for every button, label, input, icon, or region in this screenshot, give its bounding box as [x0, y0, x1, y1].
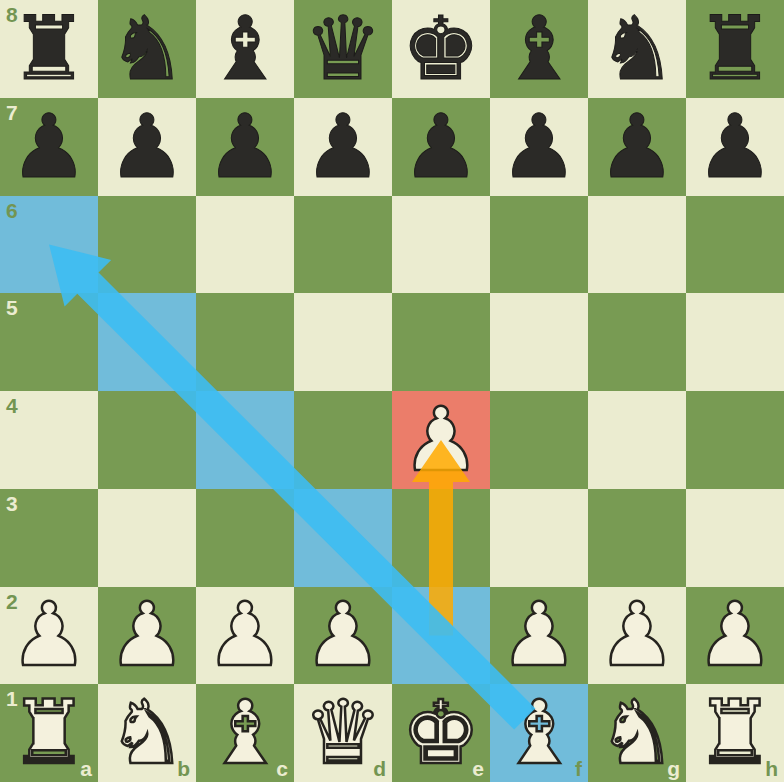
- square-g1[interactable]: ♞g: [588, 684, 686, 782]
- piece-white-pawn-b2[interactable]: ♟: [98, 587, 196, 685]
- piece-white-rook-a1[interactable]: ♜: [0, 684, 98, 782]
- square-e8[interactable]: ♚: [392, 0, 490, 98]
- square-d4[interactable]: [294, 391, 392, 489]
- square-d6[interactable]: [294, 196, 392, 294]
- square-f6[interactable]: [490, 196, 588, 294]
- piece-black-pawn-d7[interactable]: ♟: [294, 98, 392, 196]
- square-a2[interactable]: ♟2: [0, 587, 98, 685]
- piece-black-rook-h8[interactable]: ♜: [686, 0, 784, 98]
- square-b5[interactable]: [98, 293, 196, 391]
- piece-white-queen-d1[interactable]: ♛: [294, 684, 392, 782]
- square-g4[interactable]: [588, 391, 686, 489]
- square-e1[interactable]: ♚e: [392, 684, 490, 782]
- square-c8[interactable]: ♝: [196, 0, 294, 98]
- piece-white-pawn-c2[interactable]: ♟: [196, 587, 294, 685]
- highlight-blue-e2: [392, 587, 490, 685]
- square-b6[interactable]: [98, 196, 196, 294]
- square-h6[interactable]: [686, 196, 784, 294]
- square-b3[interactable]: [98, 489, 196, 587]
- piece-white-pawn-a2[interactable]: ♟: [0, 587, 98, 685]
- square-e7[interactable]: ♟: [392, 98, 490, 196]
- square-h8[interactable]: ♜: [686, 0, 784, 98]
- square-f5[interactable]: [490, 293, 588, 391]
- square-f8[interactable]: ♝: [490, 0, 588, 98]
- square-c4[interactable]: [196, 391, 294, 489]
- square-c7[interactable]: ♟: [196, 98, 294, 196]
- highlight-blue-a6: [0, 196, 98, 294]
- square-e3[interactable]: [392, 489, 490, 587]
- square-f7[interactable]: ♟: [490, 98, 588, 196]
- square-a3[interactable]: 3: [0, 489, 98, 587]
- square-a8[interactable]: ♜8: [0, 0, 98, 98]
- square-a6[interactable]: 6: [0, 196, 98, 294]
- square-f4[interactable]: [490, 391, 588, 489]
- square-b7[interactable]: ♟: [98, 98, 196, 196]
- square-d3[interactable]: [294, 489, 392, 587]
- square-g7[interactable]: ♟: [588, 98, 686, 196]
- square-a4[interactable]: 4: [0, 391, 98, 489]
- square-h1[interactable]: ♜h: [686, 684, 784, 782]
- piece-black-king-e8[interactable]: ♚: [392, 0, 490, 98]
- square-b1[interactable]: ♞b: [98, 684, 196, 782]
- highlight-blue-d3: [294, 489, 392, 587]
- square-h4[interactable]: [686, 391, 784, 489]
- square-c3[interactable]: [196, 489, 294, 587]
- square-c6[interactable]: [196, 196, 294, 294]
- square-e4[interactable]: ♟: [392, 391, 490, 489]
- piece-black-pawn-f7[interactable]: ♟: [490, 98, 588, 196]
- piece-black-pawn-h7[interactable]: ♟: [686, 98, 784, 196]
- square-h7[interactable]: ♟: [686, 98, 784, 196]
- piece-black-pawn-b7[interactable]: ♟: [98, 98, 196, 196]
- square-c1[interactable]: ♝c: [196, 684, 294, 782]
- piece-black-queen-d8[interactable]: ♛: [294, 0, 392, 98]
- square-g8[interactable]: ♞: [588, 0, 686, 98]
- square-c5[interactable]: [196, 293, 294, 391]
- rank-label-3: 3: [6, 493, 18, 514]
- square-h3[interactable]: [686, 489, 784, 587]
- square-d8[interactable]: ♛: [294, 0, 392, 98]
- piece-black-knight-b8[interactable]: ♞: [98, 0, 196, 98]
- square-d5[interactable]: [294, 293, 392, 391]
- piece-white-pawn-f2[interactable]: ♟: [490, 587, 588, 685]
- piece-black-pawn-e7[interactable]: ♟: [392, 98, 490, 196]
- square-b4[interactable]: [98, 391, 196, 489]
- square-e5[interactable]: [392, 293, 490, 391]
- square-d1[interactable]: ♛d: [294, 684, 392, 782]
- piece-white-pawn-d2[interactable]: ♟: [294, 587, 392, 685]
- piece-black-bishop-c8[interactable]: ♝: [196, 0, 294, 98]
- piece-white-knight-g1[interactable]: ♞: [588, 684, 686, 782]
- piece-white-bishop-c1[interactable]: ♝: [196, 684, 294, 782]
- piece-black-rook-a8[interactable]: ♜: [0, 0, 98, 98]
- piece-black-pawn-a7[interactable]: ♟: [0, 98, 98, 196]
- piece-white-rook-h1[interactable]: ♜: [686, 684, 784, 782]
- square-c2[interactable]: ♟: [196, 587, 294, 685]
- square-b2[interactable]: ♟: [98, 587, 196, 685]
- square-d7[interactable]: ♟: [294, 98, 392, 196]
- piece-black-pawn-g7[interactable]: ♟: [588, 98, 686, 196]
- piece-black-bishop-f8[interactable]: ♝: [490, 0, 588, 98]
- highlight-blue-c4: [196, 391, 294, 489]
- square-g6[interactable]: [588, 196, 686, 294]
- square-f3[interactable]: [490, 489, 588, 587]
- highlight-blue-b5: [98, 293, 196, 391]
- square-d2[interactable]: ♟: [294, 587, 392, 685]
- square-f1[interactable]: ♝f: [490, 684, 588, 782]
- square-a7[interactable]: ♟7: [0, 98, 98, 196]
- piece-white-bishop-f1[interactable]: ♝: [490, 684, 588, 782]
- square-f2[interactable]: ♟: [490, 587, 588, 685]
- piece-white-knight-b1[interactable]: ♞: [98, 684, 196, 782]
- square-a5[interactable]: 5: [0, 293, 98, 391]
- rank-label-5: 5: [6, 297, 18, 318]
- piece-black-pawn-c7[interactable]: ♟: [196, 98, 294, 196]
- piece-white-pawn-e4[interactable]: ♟: [392, 391, 490, 489]
- square-a1[interactable]: ♜1a: [0, 684, 98, 782]
- square-h5[interactable]: [686, 293, 784, 391]
- square-g2[interactable]: ♟: [588, 587, 686, 685]
- piece-black-knight-g8[interactable]: ♞: [588, 0, 686, 98]
- piece-white-king-e1[interactable]: ♚: [392, 684, 490, 782]
- chess-board[interactable]: ♜8♞♝♛♚♝♞♜♟7♟♟♟♟♟♟♟654♟3♟2♟♟♟♟♟♟♜1a♞b♝c♛d…: [0, 0, 784, 782]
- piece-white-pawn-h2[interactable]: ♟: [686, 587, 784, 685]
- square-h2[interactable]: ♟: [686, 587, 784, 685]
- square-e2[interactable]: [392, 587, 490, 685]
- square-b8[interactable]: ♞: [98, 0, 196, 98]
- piece-white-pawn-g2[interactable]: ♟: [588, 587, 686, 685]
- square-g3[interactable]: [588, 489, 686, 587]
- square-g5[interactable]: [588, 293, 686, 391]
- square-e6[interactable]: [392, 196, 490, 294]
- rank-label-4: 4: [6, 395, 18, 416]
